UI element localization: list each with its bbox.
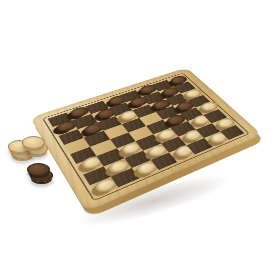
light-spare-piece[interactable]	[22, 136, 45, 149]
dark-spare-piece[interactable]	[27, 163, 50, 176]
product-photo-stage	[0, 0, 275, 275]
